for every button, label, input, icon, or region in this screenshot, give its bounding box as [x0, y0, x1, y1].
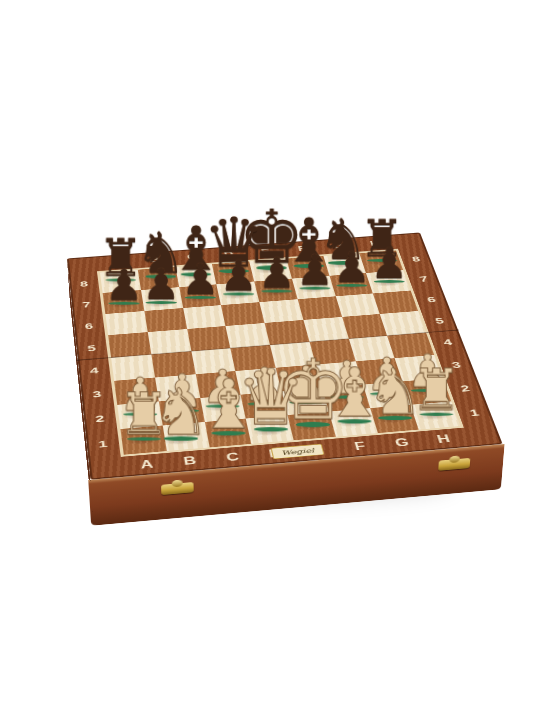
square-d5[interactable]	[226, 323, 270, 348]
piece-glyph-n-icon: ♞	[127, 380, 234, 444]
square-e7[interactable]	[254, 279, 297, 302]
square-f7[interactable]	[292, 276, 336, 299]
square-f5[interactable]	[303, 317, 348, 342]
glyph-text: ♞	[152, 375, 210, 450]
brass-latch-icon	[161, 482, 194, 495]
square-h6[interactable]	[373, 290, 418, 314]
file-label-b: B	[167, 453, 212, 469]
square-c6[interactable]	[183, 305, 226, 329]
square-b7[interactable]	[141, 287, 183, 311]
chess-board: ABCDEFGH ABCDEFGH 87654321 87654321 Wegi…	[67, 233, 503, 480]
square-c7[interactable]	[179, 284, 221, 308]
square-h5[interactable]	[380, 311, 426, 336]
rank-label-left-6: 6	[84, 321, 93, 331]
maker-logo-text: Wegiel	[280, 447, 314, 456]
file-label-c: C	[210, 449, 255, 464]
file-label-a: A	[125, 457, 170, 473]
file-label-h: H	[421, 431, 467, 446]
square-b6[interactable]	[144, 308, 187, 332]
square-e6[interactable]	[259, 299, 303, 323]
square-d6[interactable]	[221, 302, 264, 326]
square-h7[interactable]	[366, 270, 410, 293]
chess-set-photo: ABCDEFGH ABCDEFGH 87654321 87654321 Wegi…	[0, 0, 540, 720]
square-f6[interactable]	[297, 296, 341, 320]
file-label-f: F	[337, 439, 382, 454]
brass-latch-icon	[438, 458, 470, 471]
square-d7[interactable]	[217, 281, 260, 304]
rank-label-right-6: 6	[426, 295, 437, 305]
rank-label-left-5: 5	[87, 343, 96, 353]
square-a6[interactable]	[105, 311, 147, 336]
rank-label-right-5: 5	[434, 316, 446, 326]
file-label-g: G	[379, 435, 425, 450]
